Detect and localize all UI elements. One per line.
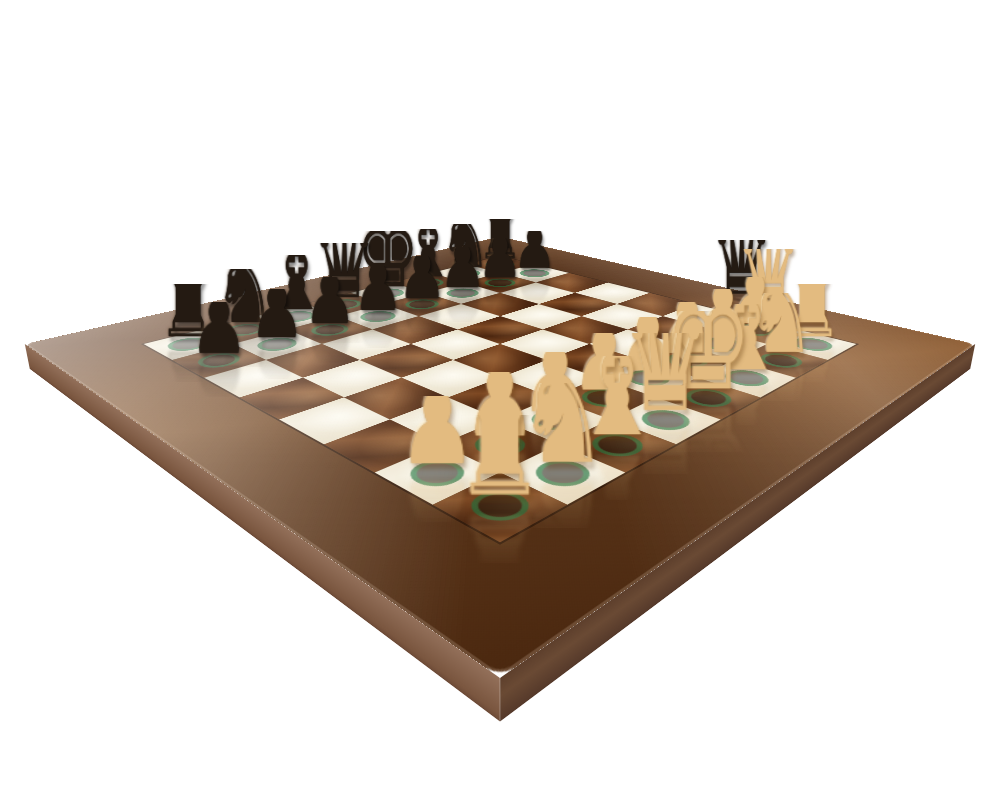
felt-base <box>219 321 270 338</box>
board-frame: ♜♜♟♟♟♟♜♜♞♞♟♟♟♟♞♞♝♝♟♟♟♟♝♝♚♚♟♟♟♟♚♚♛♛♟♟♟♟♛♛… <box>25 237 975 678</box>
square-a8: ♜♜ <box>144 329 233 360</box>
spare-piece-shadow <box>718 294 766 307</box>
felt-base <box>717 367 776 390</box>
white-pawn-glyph: ♟ <box>728 252 781 336</box>
white-bishop-figure: ♝♝ <box>647 304 846 378</box>
felt-base <box>400 455 476 491</box>
piece-reflection: ♜ <box>722 344 902 404</box>
black-pawn-glyph: ♟ <box>190 275 248 367</box>
felt-base <box>522 406 589 434</box>
felt-base <box>677 385 740 410</box>
black-rook-figure: ♜♜ <box>433 219 568 264</box>
felt-base <box>514 268 556 279</box>
felt-base <box>272 309 321 324</box>
square-a6 <box>204 360 303 397</box>
black-queen-glyph: ♛ <box>313 214 376 313</box>
felt-base <box>440 287 485 300</box>
felt-base <box>525 455 601 491</box>
white-rook-glyph: ♜ <box>781 255 842 352</box>
piece-reflection: ♚ <box>603 397 813 483</box>
felt-base <box>478 277 521 289</box>
square-h2: ♟♟ <box>713 316 798 344</box>
felt-base <box>161 335 215 353</box>
black-rook-figure: ♜♜ <box>98 284 278 344</box>
felt-base <box>250 335 304 353</box>
black-rook-glyph: ♜ <box>477 198 523 270</box>
felt-base <box>729 321 780 338</box>
square-a5 <box>240 378 344 420</box>
felt-base <box>632 406 699 434</box>
square-c5 <box>360 344 454 378</box>
square-h1: ♜♜ <box>767 329 856 360</box>
piece-reflection: ♟ <box>187 344 367 399</box>
felt-base <box>573 385 636 410</box>
black-rook-glyph: ♜ <box>158 255 219 352</box>
black-knight-glyph: ♞ <box>214 240 276 338</box>
black-queen-figure: ♛♛ <box>664 240 819 300</box>
felt-base <box>480 259 520 269</box>
square-e3 <box>547 344 641 378</box>
square-a2: ♟♟ <box>375 444 500 505</box>
felt-base <box>785 335 839 353</box>
felt-base <box>659 350 715 370</box>
felt-base <box>582 429 653 461</box>
black-queen-glyph: ♛ <box>711 211 773 309</box>
square-f1: ♝♝ <box>697 360 796 397</box>
white-queen-figure: ♛♛ <box>687 249 849 312</box>
felt-base <box>618 367 677 390</box>
felt-base <box>459 485 540 527</box>
white-rook-figure: ♜♜ <box>722 284 902 344</box>
square-g2: ♟♟ <box>678 329 767 360</box>
board-grid: ♜♜♟♟♟♟♜♜♞♞♟♟♟♟♞♞♝♝♟♟♟♟♝♝♚♚♟♟♟♟♚♚♛♛♟♟♟♟♛♛… <box>144 256 857 542</box>
chess-set-photo: ♜♜♟♟♟♟♜♜♞♞♟♟♟♟♞♞♝♝♟♟♟♟♝♝♚♚♟♟♟♟♚♚♛♛♟♟♟♟♛♛… <box>0 0 1000 800</box>
chess-board: ♜♜♟♟♟♟♜♜♞♞♟♟♟♟♞♞♝♝♟♟♟♟♝♝♚♚♟♟♟♟♚♚♛♛♟♟♟♟♛♛… <box>25 237 975 678</box>
square-b1: ♞♞ <box>500 444 625 505</box>
felt-base <box>445 268 487 279</box>
white-queen-glyph: ♛ <box>736 219 801 321</box>
felt-base <box>399 297 446 311</box>
felt-base <box>465 429 536 461</box>
black-pawn-glyph: ♟ <box>398 233 447 310</box>
piece-reflection: ♟ <box>311 473 564 550</box>
black-bishop-glyph: ♝ <box>266 226 328 324</box>
